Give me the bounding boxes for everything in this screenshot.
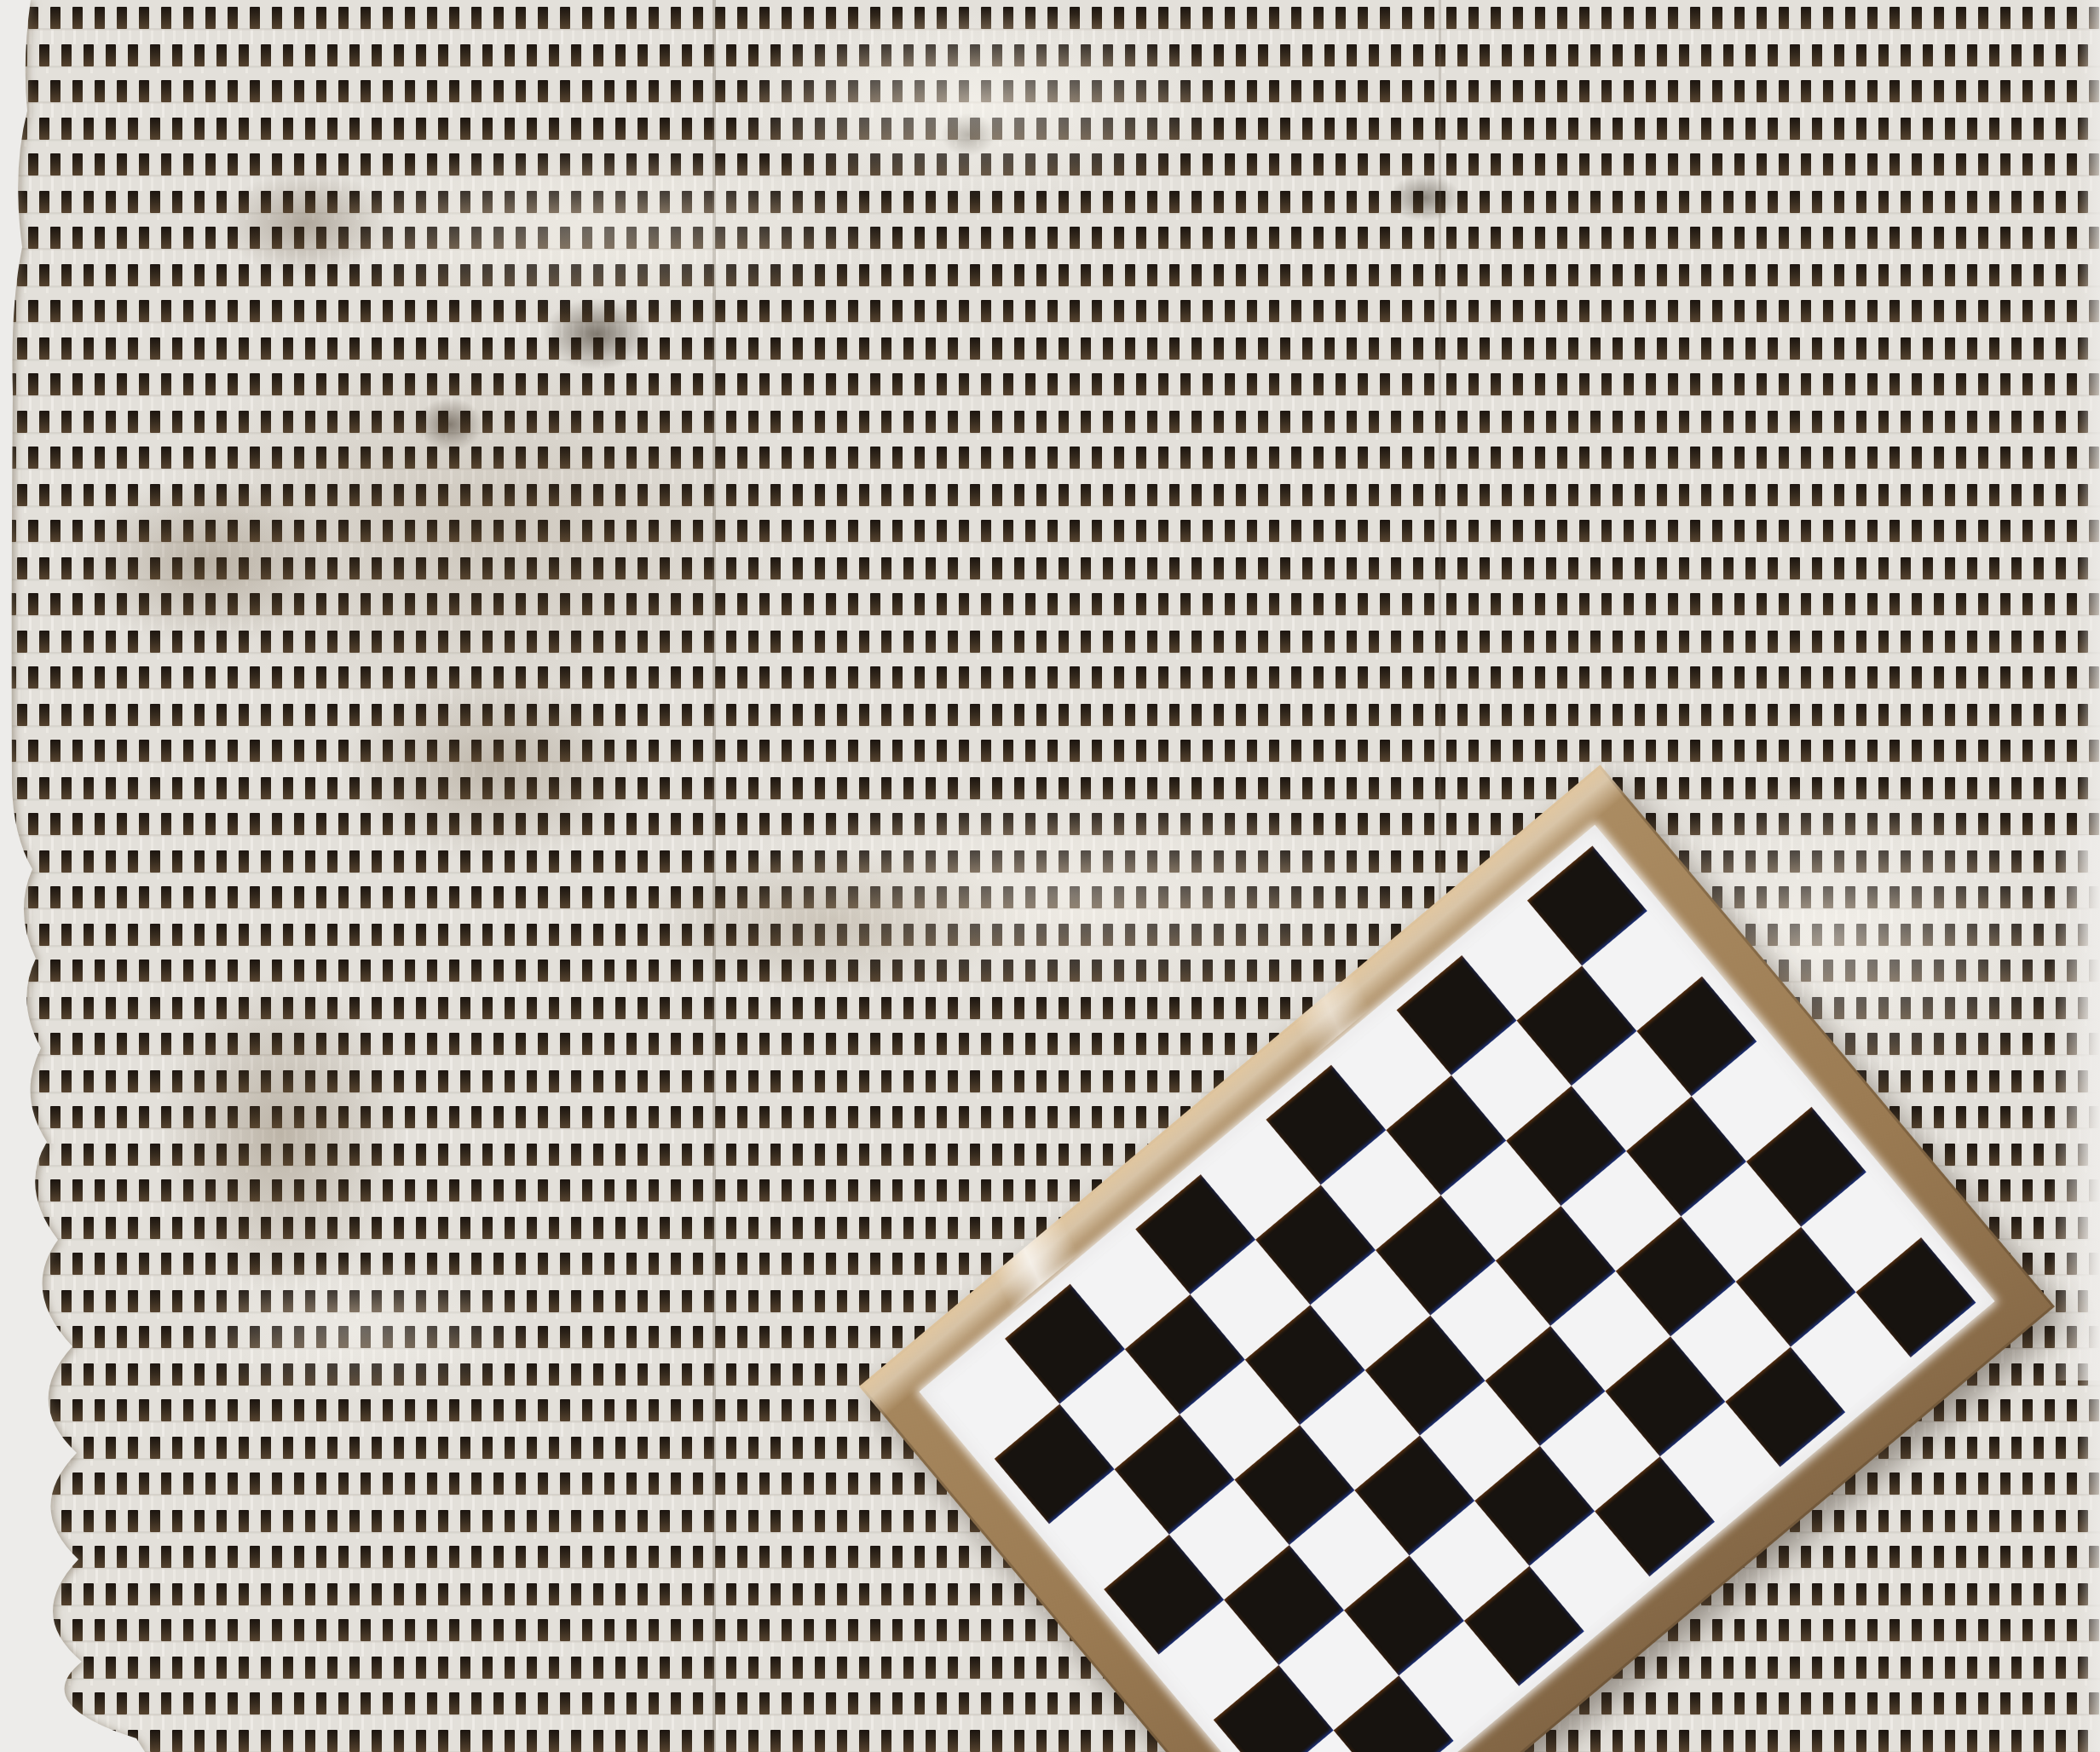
conveyor-belt-scene: [0, 0, 2100, 1752]
belt-left-edge-shape: [0, 0, 145, 1752]
belt-left-edge-scallops: [0, 0, 170, 1752]
